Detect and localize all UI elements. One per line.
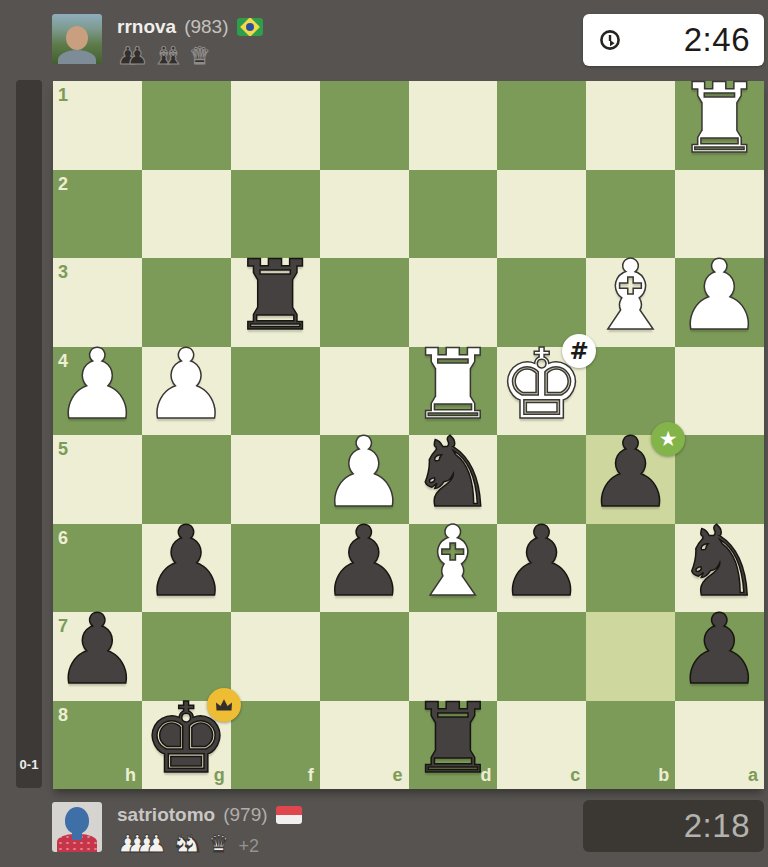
winner-badge	[207, 688, 241, 722]
bottom-player-rating: (979)	[223, 804, 267, 826]
piece-black-pawn[interactable]: ♟	[143, 512, 230, 609]
square-b7[interactable]	[586, 612, 675, 701]
bottom-clock-time: 2:18	[684, 807, 750, 845]
top-player-clock: 2:46	[583, 14, 764, 66]
piece-black-pawn[interactable]: ♟	[321, 512, 408, 609]
square-b6[interactable]	[586, 524, 675, 613]
square-g4[interactable]: ♟	[142, 347, 231, 436]
indonesia-flag-icon	[276, 806, 302, 824]
top-player-avatar[interactable]	[52, 14, 102, 64]
rank-label-5: 5	[58, 440, 68, 458]
square-a1[interactable]: ♜	[675, 81, 764, 170]
material-advantage: +2	[239, 828, 260, 858]
square-b1[interactable]	[586, 81, 675, 170]
square-g1[interactable]	[142, 81, 231, 170]
square-c2[interactable]	[497, 170, 586, 259]
captured-black-pawn-icon: ♟	[127, 44, 149, 68]
square-a8[interactable]: a	[675, 701, 764, 790]
piece-white-rook[interactable]: ♜	[676, 70, 763, 167]
captured-black-queen-icon: ♛	[189, 44, 211, 68]
piece-white-pawn[interactable]: ♟	[54, 335, 141, 432]
top-player-info: rrnova (983) ♟♟♝♝♛	[117, 15, 263, 68]
piece-white-pawn[interactable]: ♟	[143, 335, 230, 432]
captured-white-queen-icon: ♛	[208, 832, 230, 856]
square-f1[interactable]	[231, 81, 320, 170]
captured-white-pawn-icon: ♟	[146, 832, 168, 856]
square-h8[interactable]: 8h	[53, 701, 142, 790]
bottom-player-avatar[interactable]	[52, 802, 102, 852]
rank-label-8: 8	[58, 706, 68, 724]
file-label-a: a	[748, 766, 758, 784]
square-e2[interactable]	[320, 170, 409, 259]
bottom-player-bar: satriotomo (979) ♟♟♟♟♞♞♛+2 2:18	[0, 796, 768, 867]
square-b8[interactable]: b	[586, 701, 675, 790]
bottom-player-name: satriotomo	[117, 804, 215, 826]
top-player-bar: rrnova (983) ♟♟♝♝♛ 2:46	[0, 0, 768, 80]
crown-icon	[214, 697, 234, 713]
square-d6[interactable]: ♝	[409, 524, 498, 613]
piece-black-pawn[interactable]: ♟	[676, 601, 763, 698]
rank-label-2: 2	[58, 175, 68, 193]
file-label-c: c	[570, 766, 580, 784]
piece-black-pawn[interactable]: ♟	[498, 512, 585, 609]
file-label-b: b	[658, 766, 669, 784]
square-h2[interactable]: 2	[53, 170, 142, 259]
avatar-photo	[52, 14, 102, 64]
square-h4[interactable]: 4♟	[53, 347, 142, 436]
square-f8[interactable]: f	[231, 701, 320, 790]
piece-black-rook[interactable]: ♜	[409, 689, 496, 786]
square-d8[interactable]: d♜	[409, 701, 498, 790]
file-label-f: f	[308, 766, 314, 784]
square-h5[interactable]: 5	[53, 435, 142, 524]
top-player-name: rrnova	[117, 16, 176, 38]
bottom-captured-pieces: ♟♟♟♟♞♞♛+2	[117, 830, 302, 856]
bottom-player-info: satriotomo (979) ♟♟♟♟♞♞♛+2	[117, 803, 302, 856]
clock-icon	[598, 28, 622, 52]
square-c6[interactable]: ♟	[497, 524, 586, 613]
square-c7[interactable]	[497, 612, 586, 701]
square-f5[interactable]	[231, 435, 320, 524]
square-e3[interactable]	[320, 258, 409, 347]
square-h1[interactable]: 1	[53, 81, 142, 170]
bottom-player-clock: 2:18	[583, 800, 764, 852]
avatar-silhouette	[52, 802, 102, 852]
square-c1[interactable]	[497, 81, 586, 170]
top-player-rating: (983)	[184, 16, 228, 38]
square-b3[interactable]: ♝	[586, 258, 675, 347]
piece-white-bishop[interactable]: ♝	[409, 512, 496, 609]
square-f4[interactable]	[231, 347, 320, 436]
top-clock-time: 2:46	[684, 21, 750, 59]
top-captured-pieces: ♟♟♝♝♛	[117, 42, 263, 68]
captured-white-knight-icon: ♞	[182, 832, 204, 856]
piece-white-pawn[interactable]: ♟	[676, 247, 763, 344]
captured-black-bishop-icon: ♝	[163, 44, 185, 68]
square-a3[interactable]: ♟	[675, 258, 764, 347]
piece-black-rook[interactable]: ♜	[232, 247, 319, 344]
piece-black-pawn[interactable]: ♟	[54, 601, 141, 698]
best-move-badge: ★	[651, 422, 685, 456]
brazil-flag-icon	[237, 18, 263, 36]
checkmate-badge: #	[562, 334, 596, 368]
rank-label-1: 1	[58, 86, 68, 104]
piece-white-bishop[interactable]: ♝	[587, 247, 674, 344]
square-g2[interactable]	[142, 170, 231, 259]
square-e8[interactable]: e	[320, 701, 409, 790]
square-a7[interactable]: ♟	[675, 612, 764, 701]
rank-label-6: 6	[58, 529, 68, 547]
square-a4[interactable]	[675, 347, 764, 436]
square-f3[interactable]: ♜	[231, 258, 320, 347]
square-f6[interactable]	[231, 524, 320, 613]
square-g6[interactable]: ♟	[142, 524, 231, 613]
file-label-h: h	[125, 766, 136, 784]
rank-label-3: 3	[58, 263, 68, 281]
square-e1[interactable]	[320, 81, 409, 170]
square-c8[interactable]: c	[497, 701, 586, 790]
game-result: 0-1	[16, 757, 42, 772]
eval-bar: 0-1	[16, 80, 42, 788]
square-h7[interactable]: 7♟	[53, 612, 142, 701]
square-d1[interactable]	[409, 81, 498, 170]
square-d2[interactable]	[409, 170, 498, 259]
chess-board: 1♜23♜♝♟4♟♟♜♚5♟♞♟6♟♟♝♟♞7♟♟8hg♚fed♜cba#★	[53, 81, 764, 789]
file-label-e: e	[392, 766, 402, 784]
square-e7[interactable]	[320, 612, 409, 701]
square-f7[interactable]	[231, 612, 320, 701]
square-e6[interactable]: ♟	[320, 524, 409, 613]
